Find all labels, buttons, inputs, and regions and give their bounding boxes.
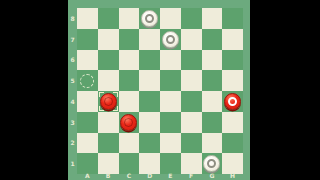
file-label: H xyxy=(222,172,243,180)
file-label: A xyxy=(77,172,98,180)
square-h3[interactable] xyxy=(222,112,243,133)
left-letterbox-bar xyxy=(0,0,68,180)
rank-label: 6 xyxy=(68,50,77,71)
file-label: C xyxy=(119,172,140,180)
square-c5[interactable] xyxy=(119,70,140,91)
square-c6[interactable] xyxy=(119,50,140,71)
square-e1[interactable] xyxy=(160,153,181,174)
square-a1[interactable] xyxy=(77,153,98,174)
square-c1[interactable] xyxy=(119,153,140,174)
king-ring-icon xyxy=(228,97,237,106)
square-b6[interactable] xyxy=(98,50,119,71)
board-grid xyxy=(77,8,243,174)
square-b2[interactable] xyxy=(98,133,119,154)
square-a6[interactable] xyxy=(77,50,98,71)
king-ring-icon xyxy=(145,14,154,23)
square-g7[interactable] xyxy=(202,29,223,50)
file-label: E xyxy=(160,172,181,180)
file-labels: ABCDEFGH xyxy=(77,172,243,180)
square-f7[interactable] xyxy=(181,29,202,50)
square-c2[interactable] xyxy=(119,133,140,154)
square-b8[interactable] xyxy=(98,8,119,29)
square-a2[interactable] xyxy=(77,133,98,154)
square-f1[interactable] xyxy=(181,153,202,174)
square-g2[interactable] xyxy=(202,133,223,154)
square-d6[interactable] xyxy=(139,50,160,71)
square-h8[interactable] xyxy=(222,8,243,29)
king-ring-icon xyxy=(207,159,216,168)
piece-groove-icon xyxy=(104,97,113,106)
square-g3[interactable] xyxy=(202,112,223,133)
white-king-piece[interactable] xyxy=(162,31,179,48)
rank-labels: 87654321 xyxy=(68,8,77,174)
square-b4[interactable] xyxy=(98,91,119,112)
square-f4[interactable] xyxy=(181,91,202,112)
square-f2[interactable] xyxy=(181,133,202,154)
square-b5[interactable] xyxy=(98,70,119,91)
file-label: B xyxy=(98,172,119,180)
square-e7[interactable] xyxy=(160,29,181,50)
square-a3[interactable] xyxy=(77,112,98,133)
file-label: D xyxy=(139,172,160,180)
square-b3[interactable] xyxy=(98,112,119,133)
square-h5[interactable] xyxy=(222,70,243,91)
square-a5[interactable] xyxy=(77,70,98,91)
square-d3[interactable] xyxy=(139,112,160,133)
square-b7[interactable] xyxy=(98,29,119,50)
square-e3[interactable] xyxy=(160,112,181,133)
square-g4[interactable] xyxy=(202,91,223,112)
square-d2[interactable] xyxy=(139,133,160,154)
file-label: F xyxy=(181,172,202,180)
square-d7[interactable] xyxy=(139,29,160,50)
square-d1[interactable] xyxy=(139,153,160,174)
file-label: G xyxy=(202,172,223,180)
checkers-board: 87654321 ABCDEFGH xyxy=(68,0,250,180)
square-f6[interactable] xyxy=(181,50,202,71)
move-hint-circle-icon[interactable] xyxy=(80,74,94,88)
red-man-piece[interactable] xyxy=(100,93,117,110)
square-c7[interactable] xyxy=(119,29,140,50)
white-king-piece[interactable] xyxy=(203,155,220,172)
square-g5[interactable] xyxy=(202,70,223,91)
square-e8[interactable] xyxy=(160,8,181,29)
square-b1[interactable] xyxy=(98,153,119,174)
red-man-piece[interactable] xyxy=(120,114,137,131)
square-h1[interactable] xyxy=(222,153,243,174)
square-c3[interactable] xyxy=(119,112,140,133)
red-king-piece[interactable] xyxy=(224,93,241,110)
game-screen: 87654321 ABCDEFGH xyxy=(0,0,320,180)
square-d8[interactable] xyxy=(139,8,160,29)
square-h2[interactable] xyxy=(222,133,243,154)
king-ring-icon xyxy=(166,35,175,44)
rank-label: 2 xyxy=(68,133,77,154)
rank-label: 4 xyxy=(68,91,77,112)
square-f5[interactable] xyxy=(181,70,202,91)
rank-label: 5 xyxy=(68,70,77,91)
white-king-piece[interactable] xyxy=(141,10,158,27)
square-g8[interactable] xyxy=(202,8,223,29)
rank-label: 7 xyxy=(68,29,77,50)
square-d5[interactable] xyxy=(139,70,160,91)
square-e2[interactable] xyxy=(160,133,181,154)
square-d4[interactable] xyxy=(139,91,160,112)
square-h6[interactable] xyxy=(222,50,243,71)
square-f8[interactable] xyxy=(181,8,202,29)
square-e4[interactable] xyxy=(160,91,181,112)
rank-label: 8 xyxy=(68,8,77,29)
square-c4[interactable] xyxy=(119,91,140,112)
square-f3[interactable] xyxy=(181,112,202,133)
square-g1[interactable] xyxy=(202,153,223,174)
square-a8[interactable] xyxy=(77,8,98,29)
square-e6[interactable] xyxy=(160,50,181,71)
piece-groove-icon xyxy=(124,118,133,127)
square-e5[interactable] xyxy=(160,70,181,91)
square-c8[interactable] xyxy=(119,8,140,29)
square-h7[interactable] xyxy=(222,29,243,50)
square-a4[interactable] xyxy=(77,91,98,112)
rank-label: 1 xyxy=(68,153,77,174)
square-h4[interactable] xyxy=(222,91,243,112)
right-letterbox-bar xyxy=(250,0,320,180)
rank-label: 3 xyxy=(68,112,77,133)
square-g6[interactable] xyxy=(202,50,223,71)
square-a7[interactable] xyxy=(77,29,98,50)
